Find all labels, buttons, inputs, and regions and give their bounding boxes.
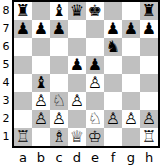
- piece-white-knight: ♘: [50, 92, 68, 110]
- piece-black-rook: ♜: [14, 2, 32, 20]
- piece-white-bishop: ♗: [50, 128, 68, 146]
- square-e6[interactable]: [86, 38, 104, 56]
- piece-white-pawn: ♙: [32, 110, 50, 128]
- square-f7[interactable]: ♟: [104, 20, 122, 38]
- file-label-e: e: [86, 150, 104, 166]
- file-label-b: b: [32, 150, 50, 166]
- rank-label-3: 3: [0, 92, 12, 110]
- file-labels: abcdefgh: [14, 150, 158, 166]
- square-g8[interactable]: [122, 2, 140, 20]
- piece-black-bishop: ♝: [32, 74, 50, 92]
- piece-black-knight: ♞: [104, 38, 122, 56]
- square-c4[interactable]: [50, 74, 68, 92]
- piece-black-pawn: ♟: [140, 20, 158, 38]
- square-g6[interactable]: [122, 38, 140, 56]
- square-f2[interactable]: ♙: [104, 110, 122, 128]
- piece-white-pawn: ♙: [104, 110, 122, 128]
- square-c2[interactable]: ♙: [50, 110, 68, 128]
- piece-white-rook: ♖: [140, 128, 158, 146]
- square-e7[interactable]: [86, 20, 104, 38]
- square-b3[interactable]: ♙: [32, 92, 50, 110]
- square-g2[interactable]: ♙: [122, 110, 140, 128]
- piece-black-pawn: ♟: [50, 20, 68, 38]
- square-f5[interactable]: [104, 56, 122, 74]
- file-label-d: d: [68, 150, 86, 166]
- piece-black-pawn: ♟: [86, 56, 104, 74]
- piece-black-queen: ♛: [68, 2, 86, 20]
- square-g1[interactable]: [122, 128, 140, 146]
- rank-label-4: 4: [0, 74, 12, 92]
- piece-white-pawn: ♙: [50, 110, 68, 128]
- square-c5[interactable]: [50, 56, 68, 74]
- square-b2[interactable]: ♙: [32, 110, 50, 128]
- piece-white-king: ♔: [86, 128, 104, 146]
- square-f4[interactable]: [104, 74, 122, 92]
- square-h8[interactable]: ♜: [140, 2, 158, 20]
- file-label-h: h: [140, 150, 158, 166]
- square-d4[interactable]: [68, 74, 86, 92]
- file-label-f: f: [104, 150, 122, 166]
- square-h3[interactable]: [140, 92, 158, 110]
- square-e8[interactable]: ♚: [86, 2, 104, 20]
- square-g5[interactable]: [122, 56, 140, 74]
- square-g3[interactable]: [122, 92, 140, 110]
- square-a6[interactable]: [14, 38, 32, 56]
- square-d6[interactable]: [68, 38, 86, 56]
- square-a1[interactable]: ♖: [14, 128, 32, 146]
- square-h5[interactable]: [140, 56, 158, 74]
- square-e1[interactable]: ♔: [86, 128, 104, 146]
- square-e5[interactable]: ♟: [86, 56, 104, 74]
- file-label-g: g: [122, 150, 140, 166]
- rank-labels: 87654321: [0, 2, 12, 146]
- piece-white-knight: ♘: [86, 110, 104, 128]
- square-d7[interactable]: [68, 20, 86, 38]
- square-h4[interactable]: [140, 74, 158, 92]
- piece-black-pawn: ♟: [32, 20, 50, 38]
- square-a3[interactable]: [14, 92, 32, 110]
- square-a5[interactable]: [14, 56, 32, 74]
- square-c3[interactable]: ♘: [50, 92, 68, 110]
- square-a2[interactable]: [14, 110, 32, 128]
- rank-label-7: 7: [0, 20, 12, 38]
- square-d5[interactable]: ♟: [68, 56, 86, 74]
- piece-white-pawn: ♙: [68, 92, 86, 110]
- piece-white-queen: ♕: [68, 128, 86, 146]
- square-d8[interactable]: ♛: [68, 2, 86, 20]
- piece-black-bishop: ♝: [50, 2, 68, 20]
- square-h2[interactable]: ♙: [140, 110, 158, 128]
- square-h6[interactable]: [140, 38, 158, 56]
- square-a4[interactable]: [14, 74, 32, 92]
- square-e2[interactable]: ♘: [86, 110, 104, 128]
- piece-black-pawn: ♟: [14, 20, 32, 38]
- square-a7[interactable]: ♟: [14, 20, 32, 38]
- square-f8[interactable]: [104, 2, 122, 20]
- piece-white-pawn: ♙: [32, 92, 50, 110]
- square-b6[interactable]: [32, 38, 50, 56]
- piece-black-king: ♚: [86, 2, 104, 20]
- square-d1[interactable]: ♕: [68, 128, 86, 146]
- rank-label-6: 6: [0, 38, 12, 56]
- square-d2[interactable]: [68, 110, 86, 128]
- chess-diagram: 87654321 ♜♝♛♚♜♟♟♟♟♟♟♞♟♟♝♙♙♘♙♙♙♘♙♙♙♖♗♕♔♖ …: [0, 0, 162, 167]
- square-f6[interactable]: ♞: [104, 38, 122, 56]
- piece-black-pawn: ♟: [68, 56, 86, 74]
- piece-white-pawn: ♙: [140, 110, 158, 128]
- square-d3[interactable]: ♙: [68, 92, 86, 110]
- square-h1[interactable]: ♖: [140, 128, 158, 146]
- square-b1[interactable]: [32, 128, 50, 146]
- chess-board: ♜♝♛♚♜♟♟♟♟♟♟♞♟♟♝♙♙♘♙♙♙♘♙♙♙♖♗♕♔♖: [12, 0, 160, 148]
- square-h7[interactable]: ♟: [140, 20, 158, 38]
- square-c8[interactable]: ♝: [50, 2, 68, 20]
- square-f1[interactable]: [104, 128, 122, 146]
- file-label-c: c: [50, 150, 68, 166]
- square-b5[interactable]: [32, 56, 50, 74]
- rank-label-8: 8: [0, 2, 12, 20]
- rank-label-5: 5: [0, 56, 12, 74]
- square-a8[interactable]: ♜: [14, 2, 32, 20]
- piece-white-rook: ♖: [14, 128, 32, 146]
- piece-black-pawn: ♟: [122, 20, 140, 38]
- square-e4[interactable]: ♙: [86, 74, 104, 92]
- piece-white-pawn: ♙: [86, 74, 104, 92]
- square-c7[interactable]: ♟: [50, 20, 68, 38]
- rank-label-2: 2: [0, 110, 12, 128]
- square-c1[interactable]: ♗: [50, 128, 68, 146]
- square-c6[interactable]: [50, 38, 68, 56]
- square-g4[interactable]: [122, 74, 140, 92]
- piece-black-rook: ♜: [140, 2, 158, 20]
- square-g7[interactable]: ♟: [122, 20, 140, 38]
- square-f3[interactable]: [104, 92, 122, 110]
- square-b8[interactable]: [32, 2, 50, 20]
- square-e3[interactable]: [86, 92, 104, 110]
- piece-black-pawn: ♟: [104, 20, 122, 38]
- piece-white-pawn: ♙: [122, 110, 140, 128]
- rank-label-1: 1: [0, 128, 12, 146]
- square-b7[interactable]: ♟: [32, 20, 50, 38]
- file-label-a: a: [14, 150, 32, 166]
- square-b4[interactable]: ♝: [32, 74, 50, 92]
